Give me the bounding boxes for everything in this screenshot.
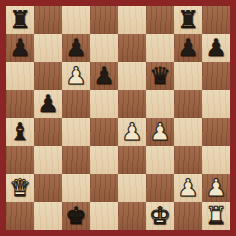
square-d5[interactable] <box>90 90 118 118</box>
piece-black-rook[interactable]: ♜ <box>177 6 199 34</box>
square-a8[interactable]: ♜ <box>6 6 34 34</box>
square-h6[interactable] <box>202 62 230 90</box>
square-h3[interactable] <box>202 146 230 174</box>
square-b8[interactable] <box>34 6 62 34</box>
square-f1[interactable]: ♚ <box>146 202 174 230</box>
square-g6[interactable] <box>174 62 202 90</box>
square-f3[interactable] <box>146 146 174 174</box>
square-e7[interactable] <box>118 34 146 62</box>
square-d8[interactable] <box>90 6 118 34</box>
square-h8[interactable] <box>202 6 230 34</box>
square-g3[interactable] <box>174 146 202 174</box>
square-d1[interactable] <box>90 202 118 230</box>
piece-black-pawn[interactable]: ♟ <box>93 62 115 90</box>
square-d6[interactable]: ♟ <box>90 62 118 90</box>
square-d2[interactable] <box>90 174 118 202</box>
square-b7[interactable] <box>34 34 62 62</box>
square-h7[interactable]: ♟ <box>202 34 230 62</box>
piece-white-rook[interactable]: ♜ <box>205 202 227 230</box>
piece-white-pawn[interactable]: ♟ <box>149 118 171 146</box>
piece-black-rook[interactable]: ♜ <box>9 6 31 34</box>
square-c2[interactable] <box>62 174 90 202</box>
square-e6[interactable] <box>118 62 146 90</box>
square-g7[interactable]: ♟ <box>174 34 202 62</box>
square-c4[interactable] <box>62 118 90 146</box>
piece-black-pawn[interactable]: ♟ <box>205 34 227 62</box>
square-c3[interactable] <box>62 146 90 174</box>
square-b2[interactable] <box>34 174 62 202</box>
square-b1[interactable] <box>34 202 62 230</box>
square-b5[interactable]: ♟ <box>34 90 62 118</box>
piece-black-pawn[interactable]: ♟ <box>37 90 59 118</box>
square-c7[interactable]: ♟ <box>62 34 90 62</box>
piece-black-queen[interactable]: ♛ <box>149 62 171 90</box>
square-c8[interactable] <box>62 6 90 34</box>
piece-black-pawn[interactable]: ♟ <box>65 34 87 62</box>
square-a1[interactable] <box>6 202 34 230</box>
square-e3[interactable] <box>118 146 146 174</box>
square-b3[interactable] <box>34 146 62 174</box>
piece-white-pawn[interactable]: ♟ <box>121 118 143 146</box>
square-b6[interactable] <box>34 62 62 90</box>
piece-white-pawn[interactable]: ♟ <box>205 174 227 202</box>
piece-white-king[interactable]: ♚ <box>149 202 171 230</box>
square-h1[interactable]: ♜ <box>202 202 230 230</box>
piece-black-pawn[interactable]: ♟ <box>9 34 31 62</box>
piece-white-pawn[interactable]: ♟ <box>65 62 87 90</box>
square-g8[interactable]: ♜ <box>174 6 202 34</box>
square-f5[interactable] <box>146 90 174 118</box>
square-c1[interactable]: ♚ <box>62 202 90 230</box>
square-g2[interactable]: ♟ <box>174 174 202 202</box>
square-f7[interactable] <box>146 34 174 62</box>
square-e2[interactable] <box>118 174 146 202</box>
square-f6[interactable]: ♛ <box>146 62 174 90</box>
square-a4[interactable]: ♝ <box>6 118 34 146</box>
piece-white-pawn[interactable]: ♟ <box>177 174 199 202</box>
square-h5[interactable] <box>202 90 230 118</box>
square-e8[interactable] <box>118 6 146 34</box>
square-g1[interactable] <box>174 202 202 230</box>
square-a5[interactable] <box>6 90 34 118</box>
square-f8[interactable] <box>146 6 174 34</box>
square-a3[interactable] <box>6 146 34 174</box>
square-a2[interactable]: ♛ <box>6 174 34 202</box>
square-e4[interactable]: ♟ <box>118 118 146 146</box>
piece-white-queen[interactable]: ♛ <box>9 174 31 202</box>
piece-black-bishop[interactable]: ♝ <box>9 118 31 146</box>
square-g5[interactable] <box>174 90 202 118</box>
square-c5[interactable] <box>62 90 90 118</box>
square-e5[interactable] <box>118 90 146 118</box>
square-c6[interactable]: ♟ <box>62 62 90 90</box>
square-h2[interactable]: ♟ <box>202 174 230 202</box>
square-a7[interactable]: ♟ <box>6 34 34 62</box>
square-d3[interactable] <box>90 146 118 174</box>
square-f4[interactable]: ♟ <box>146 118 174 146</box>
square-h4[interactable] <box>202 118 230 146</box>
square-a6[interactable] <box>6 62 34 90</box>
piece-black-pawn[interactable]: ♟ <box>177 34 199 62</box>
square-g4[interactable] <box>174 118 202 146</box>
square-d4[interactable] <box>90 118 118 146</box>
square-f2[interactable] <box>146 174 174 202</box>
square-d7[interactable] <box>90 34 118 62</box>
chess-board: ♜♜♟♟♟♟♟♟♛♟♝♟♟♛♟♟♚♚♜ <box>6 6 230 230</box>
square-b4[interactable] <box>34 118 62 146</box>
square-e1[interactable] <box>118 202 146 230</box>
piece-black-king[interactable]: ♚ <box>65 202 87 230</box>
chess-board-frame: ♜♜♟♟♟♟♟♟♛♟♝♟♟♛♟♟♚♚♜ <box>0 0 236 236</box>
